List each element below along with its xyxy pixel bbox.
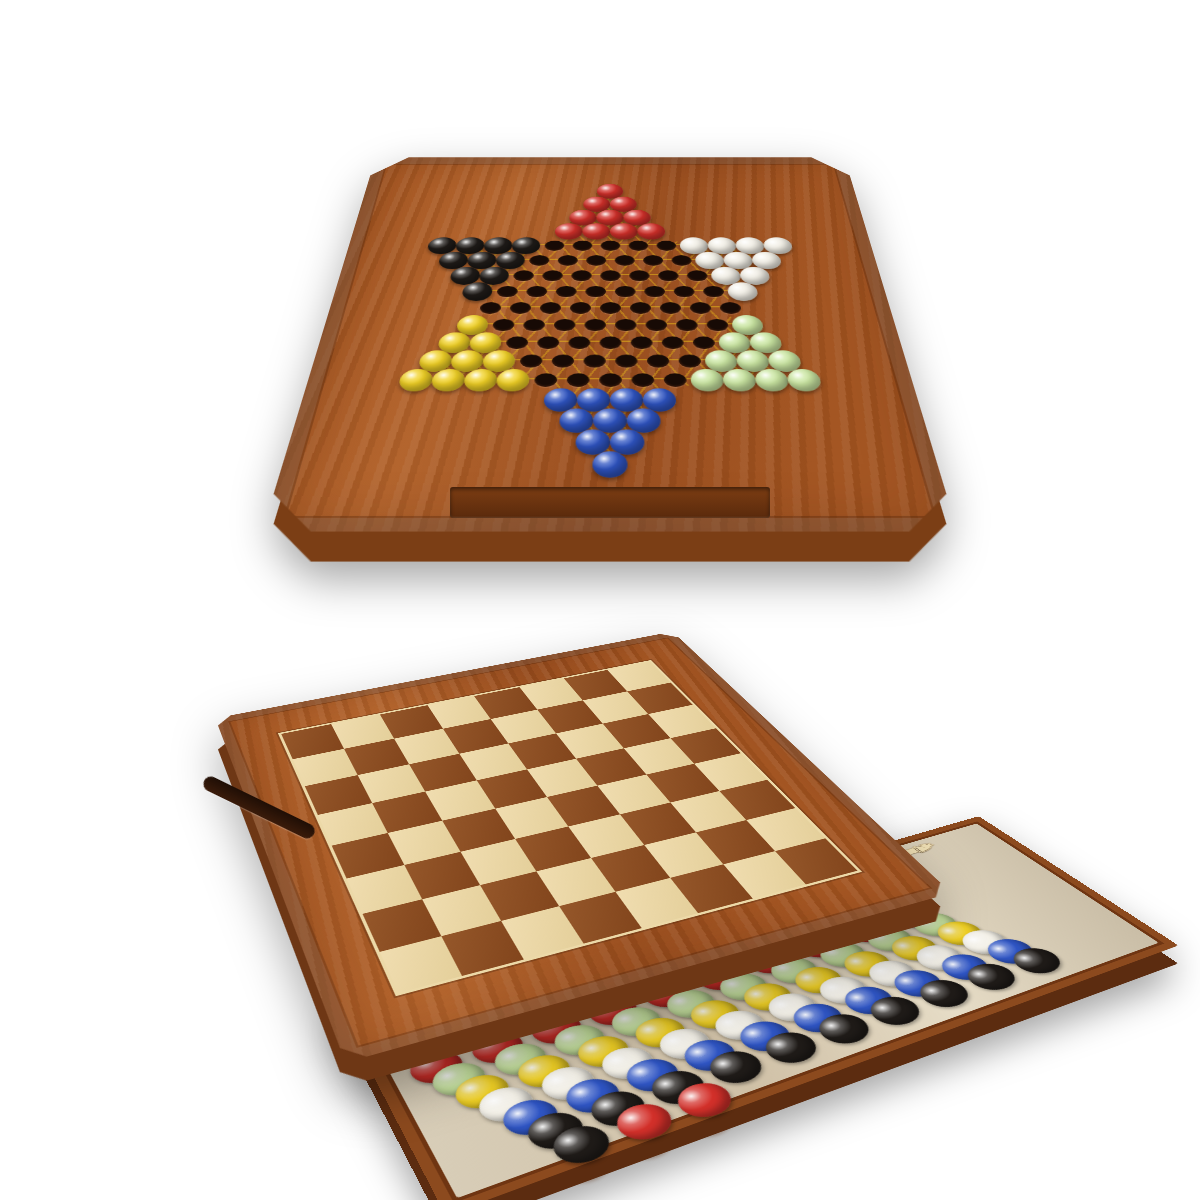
board-hole [496, 369, 531, 391]
star-row [456, 315, 764, 332]
star-row [559, 409, 661, 430]
star-row [575, 429, 644, 451]
chessboard [278, 660, 862, 996]
board-front-drawer [450, 487, 770, 518]
green-marble [754, 369, 790, 391]
green-marble [690, 369, 725, 391]
blue-marble [592, 451, 628, 477]
star-row [450, 267, 771, 283]
lid-thickness [90, 552, 1170, 1200]
chinese-checkers-board [262, 157, 958, 531]
chess-box-lid [215, 632, 951, 1063]
green-marble [722, 369, 757, 391]
star-row [569, 210, 651, 224]
star-row [427, 237, 793, 251]
star-row [418, 350, 802, 369]
star-row [597, 184, 623, 197]
yellow-marble [463, 369, 498, 391]
yellow-marble [430, 369, 466, 391]
star-row [462, 282, 759, 298]
star-row [438, 252, 782, 267]
star-row [555, 223, 666, 237]
board-hole [430, 369, 466, 391]
board-hole [754, 369, 790, 391]
star-row [474, 298, 746, 315]
board-hole [722, 369, 757, 391]
star-grid [380, 184, 840, 474]
star-row [543, 388, 676, 408]
board-hole [463, 369, 498, 391]
green-marble [786, 369, 823, 391]
star-row [437, 332, 782, 350]
star-row [398, 369, 822, 388]
chinese-checkers-scene [250, 28, 970, 568]
yellow-marble [397, 369, 434, 391]
board-hole [397, 369, 434, 391]
board-hole [592, 451, 628, 477]
yellow-marble [496, 369, 531, 391]
board-hole [786, 369, 823, 391]
star-row [583, 197, 637, 210]
star-row [592, 451, 627, 474]
board-hole [690, 369, 725, 391]
chess-box-scene: ♟♜♞♝♚♟♜♞♝♚♛♟♜♞♟♜♞♝♚♛♟♟♜♞♝♟♜♞♟♜♞♝ [90, 552, 1170, 1200]
